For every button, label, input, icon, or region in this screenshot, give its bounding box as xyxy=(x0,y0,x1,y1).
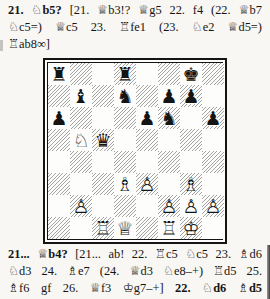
variation-text: ♘d3 24. ♗e7 (24. ♕d3 ♘e8–+) ♖d5 25. xyxy=(8,264,262,278)
variation-text: ♖ab8∞] xyxy=(8,37,50,51)
square-h2: ♟♙ xyxy=(202,195,224,217)
square-b2: ♟♙ xyxy=(70,195,92,217)
annotation-bottom-line-2: ♘d3 24. ♗e7 (24. ♕d3 ♘e8–+) ♖d5 25. xyxy=(8,263,262,280)
square-g1: ♚♔ xyxy=(180,217,202,239)
variation-text: [21... ab! 22. ♖c5 ♘c5 23. ♗d6 xyxy=(75,247,262,261)
square-a4 xyxy=(48,151,70,173)
left-edge-scan-artifact xyxy=(0,40,3,51)
square-d7: ♞ xyxy=(114,85,136,107)
variation-text: ♗f6 gf 26. ♕f3 ♔g7–+] xyxy=(8,281,175,295)
white-pawn: ♟♙ xyxy=(180,195,202,217)
square-g7: ♟ xyxy=(180,85,202,107)
square-c1: ♜♖ xyxy=(92,217,114,239)
square-g8: ♚ xyxy=(180,63,202,85)
square-f7: ♟ xyxy=(158,85,180,107)
black-pawn: ♟ xyxy=(48,107,70,129)
square-a3 xyxy=(48,173,70,195)
square-a7 xyxy=(48,85,70,107)
square-f1: ♜♖ xyxy=(158,217,180,239)
square-a1 xyxy=(48,217,70,239)
black-knight: ♞ xyxy=(158,107,180,129)
variation-text: [21. ♕b3!? ♕g5 22. f4 (22. ♕b7 xyxy=(70,3,262,17)
square-d2 xyxy=(114,195,136,217)
main-move-text: 22. ♘d6 ♗d5 xyxy=(175,281,262,295)
square-e7 xyxy=(136,85,158,107)
annotation-top-line-2: ♘c5=) ♕c5 23. ♖fe1 (23. ♘e2 ♕d5=) xyxy=(8,19,262,36)
annotation-bottom: 21... ♕b4? [21... ab! 22. ♖c5 ♘c5 23. ♗d… xyxy=(0,246,270,297)
square-b1 xyxy=(70,217,92,239)
square-h8 xyxy=(202,63,224,85)
square-e3: ♟♙ xyxy=(136,173,158,195)
square-d6 xyxy=(114,107,136,129)
square-g6 xyxy=(180,107,202,129)
square-a6: ♟ xyxy=(48,107,70,129)
black-pawn: ♟ xyxy=(136,107,158,129)
square-a5 xyxy=(48,129,70,151)
square-f3 xyxy=(158,173,180,195)
square-g5 xyxy=(180,129,202,151)
square-f8 xyxy=(158,63,180,85)
square-b7: ♝ xyxy=(70,85,92,107)
square-h6: ♟ xyxy=(202,107,224,129)
square-b6 xyxy=(70,107,92,129)
annotation-bottom-line-3: ♗f6 gf 26. ♕f3 ♔g7–+] 22. ♘d6 ♗d5 xyxy=(8,280,262,297)
square-c4 xyxy=(92,151,114,173)
chess-board-frame: ♜♜♚♝♞♟♟♟♟♞♟♞♘♛♝♗♟♙♝♗♟♙♟♙♟♙♟♙♜♖♛♕♜♖♚♔ xyxy=(43,58,227,244)
square-h1 xyxy=(202,217,224,239)
annotation-bottom-line-1: 21... ♕b4? [21... ab! 22. ♖c5 ♘c5 23. ♗d… xyxy=(8,246,262,263)
annotation-top: 21. ♘b5? [21. ♕b3!? ♕g5 22. f4 (22. ♕b7♘… xyxy=(0,0,270,53)
white-pawn: ♟♙ xyxy=(136,173,158,195)
square-d8: ♜ xyxy=(114,63,136,85)
black-bishop: ♝ xyxy=(70,85,92,107)
white-bishop: ♝♗ xyxy=(114,173,136,195)
main-move-text: 21. ♘b5? xyxy=(8,3,70,17)
square-g2: ♟♙ xyxy=(180,195,202,217)
white-rook: ♜♖ xyxy=(92,217,114,239)
square-f6: ♞ xyxy=(158,107,180,129)
white-rook: ♜♖ xyxy=(158,217,180,239)
chess-board: ♜♜♚♝♞♟♟♟♟♞♟♞♘♛♝♗♟♙♝♗♟♙♟♙♟♙♟♙♜♖♛♕♜♖♚♔ xyxy=(48,63,222,239)
white-queen: ♛♕ xyxy=(114,217,136,239)
square-e5 xyxy=(136,129,158,151)
variation-text: ♘c5=) ♕c5 23. ♖fe1 (23. ♘e2 ♕d5=) xyxy=(8,20,262,34)
square-h5 xyxy=(202,129,224,151)
square-f4 xyxy=(158,151,180,173)
square-b8 xyxy=(70,63,92,85)
square-c5: ♛ xyxy=(92,129,114,151)
square-d1: ♛♕ xyxy=(114,217,136,239)
black-pawn: ♟ xyxy=(158,85,180,107)
square-d3: ♝♗ xyxy=(114,173,136,195)
white-bishop: ♝♗ xyxy=(180,173,202,195)
square-e4 xyxy=(136,151,158,173)
square-e2 xyxy=(136,195,158,217)
black-knight: ♞ xyxy=(114,85,136,107)
page-edge-scan-artifact xyxy=(267,245,270,299)
square-a2 xyxy=(48,195,70,217)
square-b5: ♞♘ xyxy=(70,129,92,151)
square-e8 xyxy=(136,63,158,85)
black-pawn: ♟ xyxy=(180,85,202,107)
square-c7 xyxy=(92,85,114,107)
white-knight: ♞♘ xyxy=(70,129,92,151)
square-b3 xyxy=(70,173,92,195)
black-queen: ♛ xyxy=(92,129,114,151)
white-pawn: ♟♙ xyxy=(202,195,224,217)
square-c8 xyxy=(92,63,114,85)
square-c6 xyxy=(92,107,114,129)
square-h4 xyxy=(202,151,224,173)
square-d5 xyxy=(114,129,136,151)
square-f2: ♟♙ xyxy=(158,195,180,217)
square-d4 xyxy=(114,151,136,173)
square-c3 xyxy=(92,173,114,195)
black-pawn: ♟ xyxy=(202,107,224,129)
white-pawn: ♟♙ xyxy=(158,195,180,217)
square-g4 xyxy=(180,151,202,173)
square-h7 xyxy=(202,85,224,107)
white-pawn: ♟♙ xyxy=(70,195,92,217)
annotation-top-line-1: 21. ♘b5? [21. ♕b3!? ♕g5 22. f4 (22. ♕b7 xyxy=(8,2,262,19)
book-page: 21. ♘b5? [21. ♕b3!? ♕g5 22. f4 (22. ♕b7♘… xyxy=(0,0,270,299)
square-c2 xyxy=(92,195,114,217)
square-g3: ♝♗ xyxy=(180,173,202,195)
chess-board-inner-border: ♜♜♚♝♞♟♟♟♟♞♟♞♘♛♝♗♟♙♝♗♟♙♟♙♟♙♟♙♜♖♛♕♜♖♚♔ xyxy=(47,62,223,240)
square-e6: ♟ xyxy=(136,107,158,129)
square-a8: ♜ xyxy=(48,63,70,85)
black-king: ♚ xyxy=(180,63,202,85)
black-rook: ♜ xyxy=(48,63,70,85)
annotation-top-line-3: ♖ab8∞] xyxy=(8,36,262,53)
white-king: ♚♔ xyxy=(180,217,202,239)
square-h3 xyxy=(202,173,224,195)
square-b4 xyxy=(70,151,92,173)
black-rook: ♜ xyxy=(114,63,136,85)
square-e1 xyxy=(136,217,158,239)
main-move-text: 21... ♕b4? xyxy=(8,247,75,261)
square-f5 xyxy=(158,129,180,151)
